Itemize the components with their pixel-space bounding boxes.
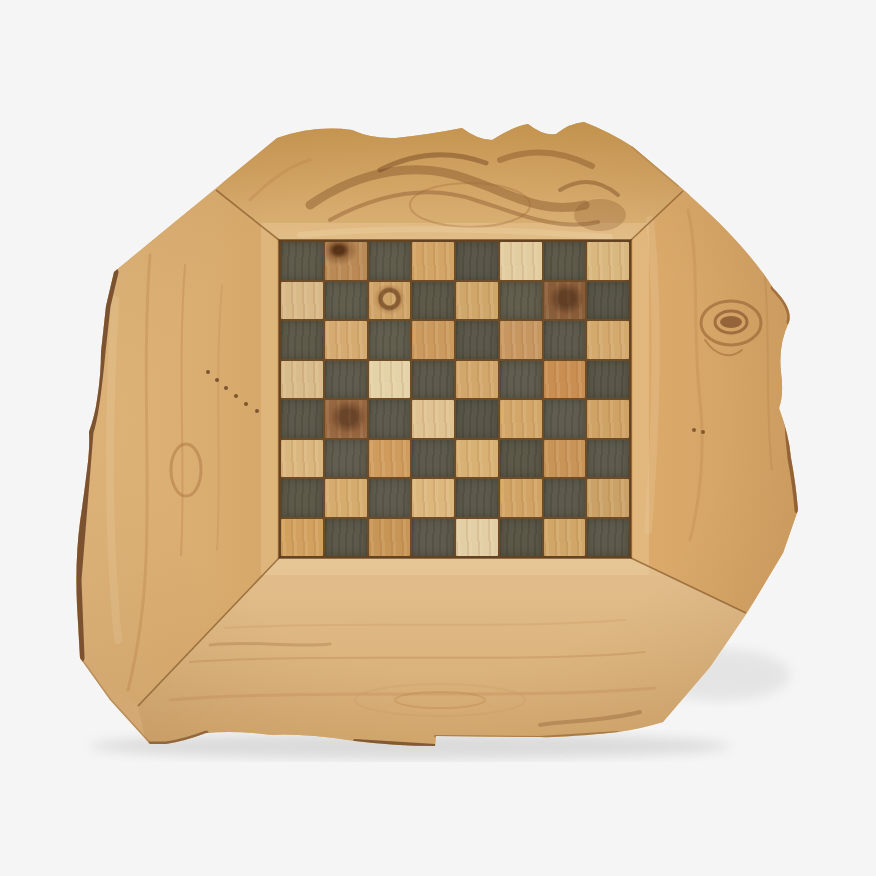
square-g6	[544, 321, 586, 359]
square-f8	[500, 242, 542, 280]
square-f5	[500, 361, 542, 399]
square-d3	[412, 440, 454, 478]
square-a3	[281, 440, 323, 478]
square-h6	[587, 321, 629, 359]
square-e1	[456, 519, 498, 557]
square-b5	[325, 361, 367, 399]
square-c6	[369, 321, 411, 359]
square-g1	[544, 519, 586, 557]
square-h7	[587, 282, 629, 320]
square-c8	[369, 242, 411, 280]
square-f4	[500, 400, 542, 438]
square-b8	[325, 242, 367, 280]
square-d7	[412, 282, 454, 320]
square-h4	[587, 400, 629, 438]
square-d2	[412, 479, 454, 517]
square-a7	[281, 282, 323, 320]
square-g4	[544, 400, 586, 438]
square-f2	[500, 479, 542, 517]
square-c7	[369, 282, 411, 320]
square-c2	[369, 479, 411, 517]
photo-canvas	[0, 0, 876, 876]
square-b3	[325, 440, 367, 478]
square-e8	[456, 242, 498, 280]
square-d8	[412, 242, 454, 280]
square-a5	[281, 361, 323, 399]
square-g7	[544, 282, 586, 320]
square-d4	[412, 400, 454, 438]
square-g2	[544, 479, 586, 517]
square-h8	[587, 242, 629, 280]
square-d5	[412, 361, 454, 399]
square-f7	[500, 282, 542, 320]
square-a2	[281, 479, 323, 517]
square-g5	[544, 361, 586, 399]
square-e5	[456, 361, 498, 399]
square-c3	[369, 440, 411, 478]
square-g8	[544, 242, 586, 280]
square-h1	[587, 519, 629, 557]
square-b7	[325, 282, 367, 320]
square-d6	[412, 321, 454, 359]
square-b1	[325, 519, 367, 557]
square-f3	[500, 440, 542, 478]
square-d1	[412, 519, 454, 557]
square-e3	[456, 440, 498, 478]
square-f1	[500, 519, 542, 557]
square-e6	[456, 321, 498, 359]
square-a1	[281, 519, 323, 557]
square-a6	[281, 321, 323, 359]
square-a8	[281, 242, 323, 280]
square-b4	[325, 400, 367, 438]
square-g3	[544, 440, 586, 478]
square-e7	[456, 282, 498, 320]
square-h5	[587, 361, 629, 399]
square-h2	[587, 479, 629, 517]
square-c5	[369, 361, 411, 399]
square-e4	[456, 400, 498, 438]
square-a4	[281, 400, 323, 438]
square-b6	[325, 321, 367, 359]
square-e2	[456, 479, 498, 517]
square-c1	[369, 519, 411, 557]
chess-board	[279, 240, 631, 558]
square-b2	[325, 479, 367, 517]
square-h3	[587, 440, 629, 478]
square-f6	[500, 321, 542, 359]
square-c4	[369, 400, 411, 438]
